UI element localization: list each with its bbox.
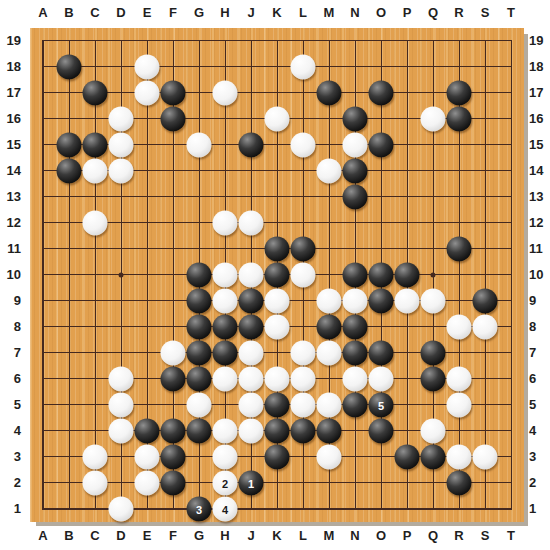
point-C8[interactable]	[82, 314, 108, 340]
point-H18[interactable]	[212, 54, 238, 80]
point-K15[interactable]	[264, 132, 290, 158]
point-O14[interactable]	[368, 158, 394, 184]
point-J10[interactable]	[238, 262, 264, 288]
point-D2[interactable]	[108, 470, 134, 496]
point-S14[interactable]	[472, 158, 498, 184]
point-M2[interactable]	[316, 470, 342, 496]
point-F4[interactable]	[160, 418, 186, 444]
point-L12[interactable]	[290, 210, 316, 236]
point-T13[interactable]	[498, 184, 524, 210]
point-O7[interactable]	[368, 340, 394, 366]
point-L2[interactable]	[290, 470, 316, 496]
point-E10[interactable]	[134, 262, 160, 288]
point-T7[interactable]	[498, 340, 524, 366]
point-O5[interactable]: 5	[368, 392, 394, 418]
point-K17[interactable]	[264, 80, 290, 106]
point-K18[interactable]	[264, 54, 290, 80]
point-P4[interactable]	[394, 418, 420, 444]
point-T2[interactable]	[498, 470, 524, 496]
point-O17[interactable]	[368, 80, 394, 106]
point-Q13[interactable]	[420, 184, 446, 210]
point-M16[interactable]	[316, 106, 342, 132]
point-D4[interactable]	[108, 418, 134, 444]
point-O10[interactable]	[368, 262, 394, 288]
point-F17[interactable]	[160, 80, 186, 106]
point-K11[interactable]	[264, 236, 290, 262]
point-F16[interactable]	[160, 106, 186, 132]
point-J6[interactable]	[238, 366, 264, 392]
point-O19[interactable]	[368, 28, 394, 54]
point-N19[interactable]	[342, 28, 368, 54]
point-K16[interactable]	[264, 106, 290, 132]
point-J1[interactable]	[238, 496, 264, 522]
point-L19[interactable]	[290, 28, 316, 54]
point-D14[interactable]	[108, 158, 134, 184]
point-F3[interactable]	[160, 444, 186, 470]
point-Q9[interactable]	[420, 288, 446, 314]
point-B11[interactable]	[56, 236, 82, 262]
point-F13[interactable]	[160, 184, 186, 210]
point-B2[interactable]	[56, 470, 82, 496]
point-M4[interactable]	[316, 418, 342, 444]
point-G13[interactable]	[186, 184, 212, 210]
point-C10[interactable]	[82, 262, 108, 288]
point-C6[interactable]	[82, 366, 108, 392]
point-O16[interactable]	[368, 106, 394, 132]
point-H15[interactable]	[212, 132, 238, 158]
point-G12[interactable]	[186, 210, 212, 236]
point-K5[interactable]	[264, 392, 290, 418]
point-K14[interactable]	[264, 158, 290, 184]
point-P10[interactable]	[394, 262, 420, 288]
point-G15[interactable]	[186, 132, 212, 158]
point-D18[interactable]	[108, 54, 134, 80]
point-Q3[interactable]	[420, 444, 446, 470]
point-C15[interactable]	[82, 132, 108, 158]
point-S10[interactable]	[472, 262, 498, 288]
point-D10[interactable]	[108, 262, 134, 288]
point-R8[interactable]	[446, 314, 472, 340]
point-C13[interactable]	[82, 184, 108, 210]
point-P5[interactable]	[394, 392, 420, 418]
point-B4[interactable]	[56, 418, 82, 444]
point-G17[interactable]	[186, 80, 212, 106]
point-G10[interactable]	[186, 262, 212, 288]
point-M1[interactable]	[316, 496, 342, 522]
point-H7[interactable]	[212, 340, 238, 366]
point-K10[interactable]	[264, 262, 290, 288]
point-B19[interactable]	[56, 28, 82, 54]
point-C11[interactable]	[82, 236, 108, 262]
point-T4[interactable]	[498, 418, 524, 444]
point-A4[interactable]	[30, 418, 56, 444]
point-R5[interactable]	[446, 392, 472, 418]
point-M17[interactable]	[316, 80, 342, 106]
point-E11[interactable]	[134, 236, 160, 262]
point-D6[interactable]	[108, 366, 134, 392]
point-A12[interactable]	[30, 210, 56, 236]
point-Q10[interactable]	[420, 262, 446, 288]
point-R1[interactable]	[446, 496, 472, 522]
point-K9[interactable]	[264, 288, 290, 314]
point-R9[interactable]	[446, 288, 472, 314]
point-C5[interactable]	[82, 392, 108, 418]
point-T3[interactable]	[498, 444, 524, 470]
point-S16[interactable]	[472, 106, 498, 132]
point-J18[interactable]	[238, 54, 264, 80]
point-C12[interactable]	[82, 210, 108, 236]
point-A2[interactable]	[30, 470, 56, 496]
point-H17[interactable]	[212, 80, 238, 106]
point-G5[interactable]	[186, 392, 212, 418]
point-L3[interactable]	[290, 444, 316, 470]
point-D12[interactable]	[108, 210, 134, 236]
point-M11[interactable]	[316, 236, 342, 262]
point-F1[interactable]	[160, 496, 186, 522]
point-E12[interactable]	[134, 210, 160, 236]
point-O9[interactable]	[368, 288, 394, 314]
point-G16[interactable]	[186, 106, 212, 132]
point-T15[interactable]	[498, 132, 524, 158]
point-E6[interactable]	[134, 366, 160, 392]
point-R13[interactable]	[446, 184, 472, 210]
point-K12[interactable]	[264, 210, 290, 236]
point-O6[interactable]	[368, 366, 394, 392]
point-A3[interactable]	[30, 444, 56, 470]
point-K7[interactable]	[264, 340, 290, 366]
point-D3[interactable]	[108, 444, 134, 470]
point-H9[interactable]	[212, 288, 238, 314]
point-P11[interactable]	[394, 236, 420, 262]
point-N18[interactable]	[342, 54, 368, 80]
point-B6[interactable]	[56, 366, 82, 392]
point-F14[interactable]	[160, 158, 186, 184]
point-R11[interactable]	[446, 236, 472, 262]
point-R6[interactable]	[446, 366, 472, 392]
point-E13[interactable]	[134, 184, 160, 210]
point-F15[interactable]	[160, 132, 186, 158]
point-Q19[interactable]	[420, 28, 446, 54]
point-E9[interactable]	[134, 288, 160, 314]
point-M9[interactable]	[316, 288, 342, 314]
point-K3[interactable]	[264, 444, 290, 470]
point-B15[interactable]	[56, 132, 82, 158]
point-C3[interactable]	[82, 444, 108, 470]
point-F19[interactable]	[160, 28, 186, 54]
point-N15[interactable]	[342, 132, 368, 158]
point-F12[interactable]	[160, 210, 186, 236]
point-O1[interactable]	[368, 496, 394, 522]
point-C19[interactable]	[82, 28, 108, 54]
point-P8[interactable]	[394, 314, 420, 340]
point-P2[interactable]	[394, 470, 420, 496]
point-S17[interactable]	[472, 80, 498, 106]
point-R4[interactable]	[446, 418, 472, 444]
point-E19[interactable]	[134, 28, 160, 54]
point-E3[interactable]	[134, 444, 160, 470]
point-G14[interactable]	[186, 158, 212, 184]
point-P17[interactable]	[394, 80, 420, 106]
point-B14[interactable]	[56, 158, 82, 184]
point-K8[interactable]	[264, 314, 290, 340]
point-J14[interactable]	[238, 158, 264, 184]
point-H16[interactable]	[212, 106, 238, 132]
point-E2[interactable]	[134, 470, 160, 496]
point-M13[interactable]	[316, 184, 342, 210]
point-T8[interactable]	[498, 314, 524, 340]
point-S9[interactable]	[472, 288, 498, 314]
point-D11[interactable]	[108, 236, 134, 262]
point-K1[interactable]	[264, 496, 290, 522]
point-D8[interactable]	[108, 314, 134, 340]
point-D19[interactable]	[108, 28, 134, 54]
point-O3[interactable]	[368, 444, 394, 470]
point-N2[interactable]	[342, 470, 368, 496]
point-P7[interactable]	[394, 340, 420, 366]
point-F18[interactable]	[160, 54, 186, 80]
point-B5[interactable]	[56, 392, 82, 418]
point-L17[interactable]	[290, 80, 316, 106]
point-J16[interactable]	[238, 106, 264, 132]
point-C18[interactable]	[82, 54, 108, 80]
point-C14[interactable]	[82, 158, 108, 184]
point-R10[interactable]	[446, 262, 472, 288]
point-N17[interactable]	[342, 80, 368, 106]
point-O8[interactable]	[368, 314, 394, 340]
point-A15[interactable]	[30, 132, 56, 158]
point-G18[interactable]	[186, 54, 212, 80]
point-T5[interactable]	[498, 392, 524, 418]
point-E1[interactable]	[134, 496, 160, 522]
point-N9[interactable]	[342, 288, 368, 314]
point-L1[interactable]	[290, 496, 316, 522]
point-R16[interactable]	[446, 106, 472, 132]
point-P1[interactable]	[394, 496, 420, 522]
point-A9[interactable]	[30, 288, 56, 314]
point-T1[interactable]	[498, 496, 524, 522]
point-A16[interactable]	[30, 106, 56, 132]
point-L11[interactable]	[290, 236, 316, 262]
point-J8[interactable]	[238, 314, 264, 340]
point-J15[interactable]	[238, 132, 264, 158]
point-B13[interactable]	[56, 184, 82, 210]
point-A6[interactable]	[30, 366, 56, 392]
point-P3[interactable]	[394, 444, 420, 470]
point-M6[interactable]	[316, 366, 342, 392]
point-G1[interactable]: 3	[186, 496, 212, 522]
point-M5[interactable]	[316, 392, 342, 418]
go-board[interactable]: 52134	[30, 28, 524, 522]
point-S13[interactable]	[472, 184, 498, 210]
point-Q5[interactable]	[420, 392, 446, 418]
point-G3[interactable]	[186, 444, 212, 470]
point-L5[interactable]	[290, 392, 316, 418]
point-P12[interactable]	[394, 210, 420, 236]
point-S18[interactable]	[472, 54, 498, 80]
point-Q17[interactable]	[420, 80, 446, 106]
point-E7[interactable]	[134, 340, 160, 366]
point-R12[interactable]	[446, 210, 472, 236]
point-S7[interactable]	[472, 340, 498, 366]
point-Q16[interactable]	[420, 106, 446, 132]
point-J3[interactable]	[238, 444, 264, 470]
point-F7[interactable]	[160, 340, 186, 366]
point-D16[interactable]	[108, 106, 134, 132]
point-B18[interactable]	[56, 54, 82, 80]
point-E15[interactable]	[134, 132, 160, 158]
point-Q7[interactable]	[420, 340, 446, 366]
point-T19[interactable]	[498, 28, 524, 54]
point-R18[interactable]	[446, 54, 472, 80]
point-A1[interactable]	[30, 496, 56, 522]
point-L7[interactable]	[290, 340, 316, 366]
point-B17[interactable]	[56, 80, 82, 106]
point-R15[interactable]	[446, 132, 472, 158]
point-F11[interactable]	[160, 236, 186, 262]
point-N3[interactable]	[342, 444, 368, 470]
point-C17[interactable]	[82, 80, 108, 106]
point-H19[interactable]	[212, 28, 238, 54]
point-L9[interactable]	[290, 288, 316, 314]
point-L6[interactable]	[290, 366, 316, 392]
point-Q8[interactable]	[420, 314, 446, 340]
point-H2[interactable]: 2	[212, 470, 238, 496]
point-E16[interactable]	[134, 106, 160, 132]
point-G2[interactable]	[186, 470, 212, 496]
point-J17[interactable]	[238, 80, 264, 106]
point-O11[interactable]	[368, 236, 394, 262]
point-C2[interactable]	[82, 470, 108, 496]
point-A19[interactable]	[30, 28, 56, 54]
point-D13[interactable]	[108, 184, 134, 210]
point-K6[interactable]	[264, 366, 290, 392]
point-M19[interactable]	[316, 28, 342, 54]
point-B1[interactable]	[56, 496, 82, 522]
point-S1[interactable]	[472, 496, 498, 522]
point-R14[interactable]	[446, 158, 472, 184]
point-S4[interactable]	[472, 418, 498, 444]
point-A5[interactable]	[30, 392, 56, 418]
point-H4[interactable]	[212, 418, 238, 444]
point-H3[interactable]	[212, 444, 238, 470]
point-M7[interactable]	[316, 340, 342, 366]
point-T10[interactable]	[498, 262, 524, 288]
point-Q11[interactable]	[420, 236, 446, 262]
point-R19[interactable]	[446, 28, 472, 54]
point-C4[interactable]	[82, 418, 108, 444]
point-H13[interactable]	[212, 184, 238, 210]
point-S3[interactable]	[472, 444, 498, 470]
point-N16[interactable]	[342, 106, 368, 132]
point-S2[interactable]	[472, 470, 498, 496]
point-L8[interactable]	[290, 314, 316, 340]
point-T6[interactable]	[498, 366, 524, 392]
point-J19[interactable]	[238, 28, 264, 54]
point-E17[interactable]	[134, 80, 160, 106]
point-N12[interactable]	[342, 210, 368, 236]
point-B16[interactable]	[56, 106, 82, 132]
point-G7[interactable]	[186, 340, 212, 366]
point-H1[interactable]: 4	[212, 496, 238, 522]
point-A7[interactable]	[30, 340, 56, 366]
point-Q1[interactable]	[420, 496, 446, 522]
point-L14[interactable]	[290, 158, 316, 184]
point-O13[interactable]	[368, 184, 394, 210]
point-H5[interactable]	[212, 392, 238, 418]
point-L18[interactable]	[290, 54, 316, 80]
point-J12[interactable]	[238, 210, 264, 236]
point-F2[interactable]	[160, 470, 186, 496]
point-M18[interactable]	[316, 54, 342, 80]
point-N5[interactable]	[342, 392, 368, 418]
point-P18[interactable]	[394, 54, 420, 80]
point-O4[interactable]	[368, 418, 394, 444]
point-F5[interactable]	[160, 392, 186, 418]
point-L16[interactable]	[290, 106, 316, 132]
point-T11[interactable]	[498, 236, 524, 262]
point-O2[interactable]	[368, 470, 394, 496]
point-G19[interactable]	[186, 28, 212, 54]
point-A14[interactable]	[30, 158, 56, 184]
point-P19[interactable]	[394, 28, 420, 54]
point-M12[interactable]	[316, 210, 342, 236]
point-K4[interactable]	[264, 418, 290, 444]
point-N6[interactable]	[342, 366, 368, 392]
point-G4[interactable]	[186, 418, 212, 444]
point-E5[interactable]	[134, 392, 160, 418]
point-A17[interactable]	[30, 80, 56, 106]
point-S12[interactable]	[472, 210, 498, 236]
point-L13[interactable]	[290, 184, 316, 210]
point-A18[interactable]	[30, 54, 56, 80]
point-F8[interactable]	[160, 314, 186, 340]
point-H6[interactable]	[212, 366, 238, 392]
point-N8[interactable]	[342, 314, 368, 340]
point-H12[interactable]	[212, 210, 238, 236]
point-J4[interactable]	[238, 418, 264, 444]
point-E14[interactable]	[134, 158, 160, 184]
point-M15[interactable]	[316, 132, 342, 158]
point-J5[interactable]	[238, 392, 264, 418]
point-K2[interactable]	[264, 470, 290, 496]
point-Q2[interactable]	[420, 470, 446, 496]
point-H10[interactable]	[212, 262, 238, 288]
point-E18[interactable]	[134, 54, 160, 80]
point-B7[interactable]	[56, 340, 82, 366]
point-B8[interactable]	[56, 314, 82, 340]
point-N14[interactable]	[342, 158, 368, 184]
point-E4[interactable]	[134, 418, 160, 444]
point-M10[interactable]	[316, 262, 342, 288]
point-D7[interactable]	[108, 340, 134, 366]
point-P6[interactable]	[394, 366, 420, 392]
point-O15[interactable]	[368, 132, 394, 158]
point-Q6[interactable]	[420, 366, 446, 392]
point-T17[interactable]	[498, 80, 524, 106]
point-N1[interactable]	[342, 496, 368, 522]
point-J2[interactable]: 1	[238, 470, 264, 496]
point-M8[interactable]	[316, 314, 342, 340]
point-E8[interactable]	[134, 314, 160, 340]
point-G6[interactable]	[186, 366, 212, 392]
point-H8[interactable]	[212, 314, 238, 340]
point-B3[interactable]	[56, 444, 82, 470]
point-J7[interactable]	[238, 340, 264, 366]
point-M3[interactable]	[316, 444, 342, 470]
point-A11[interactable]	[30, 236, 56, 262]
point-Q15[interactable]	[420, 132, 446, 158]
point-P13[interactable]	[394, 184, 420, 210]
